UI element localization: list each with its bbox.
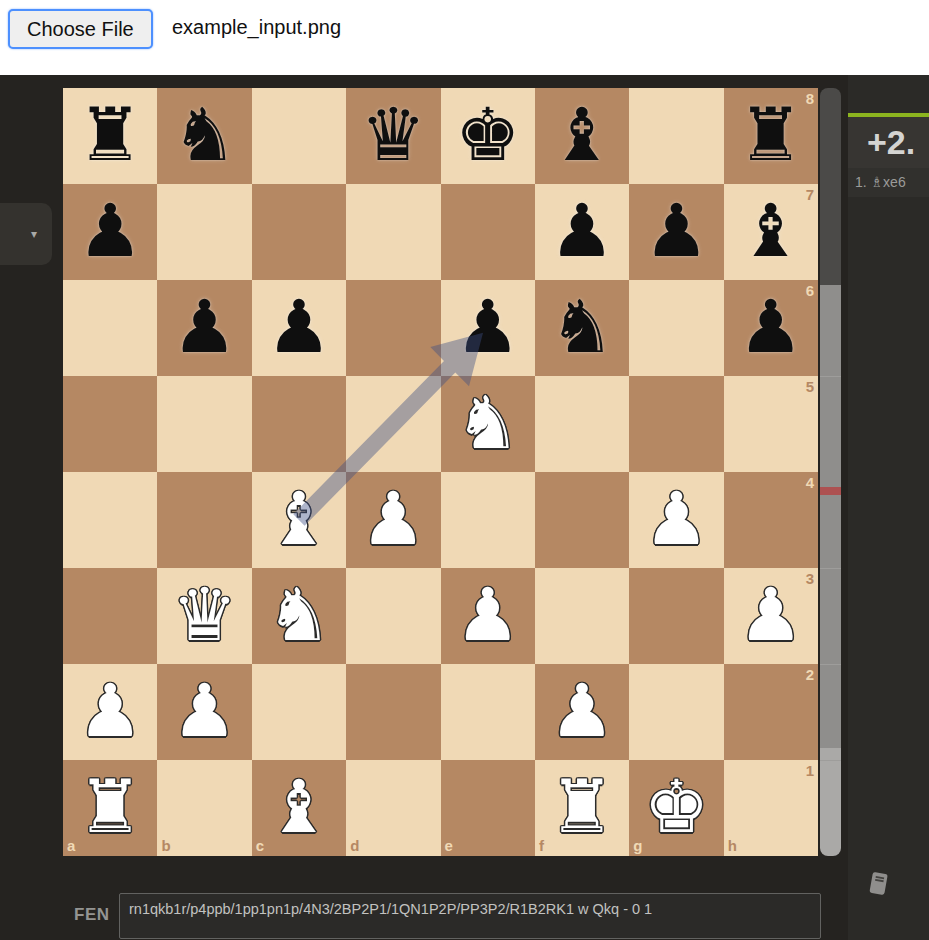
square-b2[interactable]: ♟: [157, 664, 251, 760]
piece-wp: ♟: [738, 578, 803, 651]
square-f3[interactable]: [535, 568, 629, 664]
square-d3[interactable]: [346, 568, 440, 664]
square-b4[interactable]: [157, 472, 251, 568]
square-c1[interactable]: ♝c: [252, 760, 346, 856]
square-a2[interactable]: ♟: [63, 664, 157, 760]
engine-best-line[interactable]: 1. ♗xe6: [848, 168, 929, 197]
piece-wp: ♟: [455, 578, 520, 651]
piece-bp: ♟: [266, 290, 331, 363]
piece-bn: ♞: [549, 290, 614, 363]
engine-eval: +2.: [848, 117, 929, 168]
rank-label: 2: [806, 667, 814, 682]
square-h6[interactable]: ♟6: [724, 280, 818, 376]
square-h1[interactable]: h1: [724, 760, 818, 856]
square-b6[interactable]: ♟: [157, 280, 251, 376]
rank-label: 1: [806, 763, 814, 778]
chevron-down-icon: ▾: [31, 228, 37, 240]
file-label: h: [728, 838, 737, 853]
piece-wp: ♟: [77, 674, 142, 747]
square-g3[interactable]: [629, 568, 723, 664]
piece-bq: ♛: [361, 98, 426, 171]
piece-bk: ♚: [455, 98, 520, 171]
square-a5[interactable]: [63, 376, 157, 472]
piece-wq: ♛: [172, 578, 237, 651]
rank-label: 3: [806, 571, 814, 586]
square-a4[interactable]: [63, 472, 157, 568]
square-e8[interactable]: ♚: [441, 88, 535, 184]
square-h5[interactable]: 5: [724, 376, 818, 472]
file-label: f: [539, 838, 544, 853]
square-b7[interactable]: [157, 184, 251, 280]
file-label: c: [256, 838, 264, 853]
square-a1[interactable]: ♜a: [63, 760, 157, 856]
rank-label: 6: [806, 283, 814, 298]
piece-wp: ♟: [644, 482, 709, 555]
square-a3[interactable]: [63, 568, 157, 664]
file-label: e: [445, 838, 453, 853]
square-g7[interactable]: ♟: [629, 184, 723, 280]
book-icon[interactable]: [866, 870, 892, 898]
square-h4[interactable]: 4: [724, 472, 818, 568]
square-h2[interactable]: 2: [724, 664, 818, 760]
board-container: ♜♞♛♚♝♜8♟♟♟♝7♟♟♟♞♟6♞5♝♟♟4♛♞♟♟3♟♟♟2♜ab♝cde…: [63, 88, 818, 856]
fen-label: FEN: [74, 905, 110, 925]
square-d7[interactable]: [346, 184, 440, 280]
square-g5[interactable]: [629, 376, 723, 472]
piece-bp: ♟: [549, 194, 614, 267]
square-h3[interactable]: ♟3: [724, 568, 818, 664]
square-f5[interactable]: [535, 376, 629, 472]
square-e3[interactable]: ♟: [441, 568, 535, 664]
piece-br: ♜: [77, 98, 142, 171]
square-f7[interactable]: ♟: [535, 184, 629, 280]
piece-bp: ♟: [644, 194, 709, 267]
square-b3[interactable]: ♛: [157, 568, 251, 664]
file-label: g: [633, 838, 642, 853]
engine-panel: +2. 1. ♗xe6: [848, 75, 929, 940]
square-e5[interactable]: ♞: [441, 376, 535, 472]
rank-label: 8: [806, 91, 814, 106]
piece-bb: ♝: [549, 98, 614, 171]
rank-label: 4: [806, 475, 814, 490]
rank-label: 5: [806, 379, 814, 394]
square-b1[interactable]: b: [157, 760, 251, 856]
piece-bb: ♝: [738, 194, 803, 267]
square-c3[interactable]: ♞: [252, 568, 346, 664]
fen-input[interactable]: [119, 893, 821, 939]
square-c6[interactable]: ♟: [252, 280, 346, 376]
square-h7[interactable]: ♝7: [724, 184, 818, 280]
square-e4[interactable]: [441, 472, 535, 568]
square-g8[interactable]: [629, 88, 723, 184]
square-d4[interactable]: ♟: [346, 472, 440, 568]
square-e2[interactable]: [441, 664, 535, 760]
piece-wb: ♝: [266, 770, 331, 843]
chess-board: ♜♞♛♚♝♜8♟♟♟♝7♟♟♟♞♟6♞5♝♟♟4♛♞♟♟3♟♟♟2♜ab♝cde…: [63, 88, 818, 856]
file-label: a: [67, 838, 75, 853]
square-a7[interactable]: ♟: [63, 184, 157, 280]
dropdown-toggle-button[interactable]: ▾: [0, 203, 52, 265]
piece-wr: ♜: [549, 770, 614, 843]
square-e1[interactable]: e: [441, 760, 535, 856]
piece-bp: ♟: [77, 194, 142, 267]
square-g4[interactable]: ♟: [629, 472, 723, 568]
square-f1[interactable]: ♜f: [535, 760, 629, 856]
analysis-app: ▾ ♜♞♛♚♝♜8♟♟♟♝7♟♟♟♞♟6♞5♝♟♟4♛♞♟♟3♟♟♟2♜ab♝c…: [0, 75, 929, 940]
piece-bn: ♞: [172, 98, 237, 171]
square-d1[interactable]: d: [346, 760, 440, 856]
piece-bp: ♟: [738, 290, 803, 363]
piece-wn: ♞: [455, 386, 520, 459]
square-f2[interactable]: ♟: [535, 664, 629, 760]
square-a6[interactable]: [63, 280, 157, 376]
square-c7[interactable]: [252, 184, 346, 280]
eval-gauge-zero-tick: [820, 487, 841, 495]
square-b5[interactable]: [157, 376, 251, 472]
square-h8[interactable]: ♜8: [724, 88, 818, 184]
piece-wk: ♚: [644, 770, 709, 843]
choose-file-button[interactable]: Choose File: [8, 9, 153, 49]
piece-bp: ♟: [455, 290, 520, 363]
top-bar: Choose File example_input.png: [0, 0, 929, 75]
file-label: b: [161, 838, 170, 853]
piece-wp: ♟: [549, 674, 614, 747]
piece-wn: ♞: [266, 578, 331, 651]
piece-wp: ♟: [172, 674, 237, 747]
square-c5[interactable]: [252, 376, 346, 472]
square-a8[interactable]: ♜: [63, 88, 157, 184]
piece-br: ♜: [738, 98, 803, 171]
eval-gauge: [820, 88, 841, 856]
square-d6[interactable]: [346, 280, 440, 376]
square-c2[interactable]: [252, 664, 346, 760]
square-g2[interactable]: [629, 664, 723, 760]
piece-wb: ♝: [266, 482, 331, 555]
square-d2[interactable]: [346, 664, 440, 760]
square-d5[interactable]: [346, 376, 440, 472]
piece-wp: ♟: [361, 482, 426, 555]
selected-filename: example_input.png: [172, 16, 341, 39]
square-e6[interactable]: ♟: [441, 280, 535, 376]
piece-wr: ♜: [77, 770, 142, 843]
square-g6[interactable]: [629, 280, 723, 376]
square-b8[interactable]: ♞: [157, 88, 251, 184]
square-d8[interactable]: ♛: [346, 88, 440, 184]
square-c4[interactable]: ♝: [252, 472, 346, 568]
square-e7[interactable]: [441, 184, 535, 280]
piece-bp: ♟: [172, 290, 237, 363]
square-g1[interactable]: ♚g: [629, 760, 723, 856]
square-c8[interactable]: [252, 88, 346, 184]
rank-label: 7: [806, 187, 814, 202]
square-f8[interactable]: ♝: [535, 88, 629, 184]
square-f6[interactable]: ♞: [535, 280, 629, 376]
file-label: d: [350, 838, 359, 853]
square-f4[interactable]: [535, 472, 629, 568]
